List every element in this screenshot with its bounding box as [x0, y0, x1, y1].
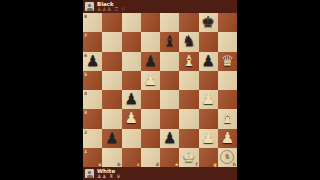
rank-label-8: 8 — [84, 14, 87, 19]
square-b5[interactable] — [102, 71, 121, 90]
app-logo-knight-icon: ♞ — [220, 150, 234, 164]
square-e5[interactable] — [160, 71, 179, 90]
square-g8[interactable]: ♚ — [199, 13, 218, 32]
square-h3[interactable]: ♝ — [218, 109, 237, 128]
piece-bp-d6[interactable]: ♟ — [141, 52, 160, 71]
square-f4[interactable] — [179, 90, 198, 109]
square-d5[interactable]: ♟ — [141, 71, 160, 90]
game-area: Black ♙♙♙ ♖ ♘ 8♚7♝♞6♟♟♝♟♛5♟4♟♟3♟♝2♟♟♟♟1a… — [83, 0, 237, 180]
player-bar-white: White ♟♟ ♜ ♛ — [83, 167, 237, 180]
file-label-g: g — [214, 162, 217, 167]
square-d4[interactable] — [141, 90, 160, 109]
square-h5[interactable] — [218, 71, 237, 90]
square-g7[interactable] — [199, 32, 218, 51]
square-f6[interactable]: ♝ — [179, 52, 198, 71]
square-b2[interactable]: ♟ — [102, 129, 121, 148]
rank-label-3: 3 — [84, 110, 87, 115]
piece-bp-e2[interactable]: ♟ — [160, 129, 179, 148]
square-g3[interactable] — [199, 109, 218, 128]
avatar-black-icon[interactable] — [85, 2, 94, 11]
square-f3[interactable] — [179, 109, 198, 128]
piece-bp-b2[interactable]: ♟ — [102, 129, 121, 148]
square-g4[interactable]: ♟ — [199, 90, 218, 109]
file-label-b: b — [117, 162, 120, 167]
square-e3[interactable] — [160, 109, 179, 128]
square-g5[interactable] — [199, 71, 218, 90]
square-a7[interactable]: 7 — [83, 32, 102, 51]
square-b7[interactable] — [102, 32, 121, 51]
file-label-a: a — [98, 162, 101, 167]
player-info-white: White ♟♟ ♜ ♛ — [97, 168, 121, 180]
file-label-h: h — [233, 162, 236, 167]
square-d6[interactable]: ♟ — [141, 52, 160, 71]
piece-bp-c4[interactable]: ♟ — [122, 90, 141, 109]
square-b1[interactable]: b — [102, 148, 121, 167]
square-h7[interactable] — [218, 32, 237, 51]
chess-board: 8♚7♝♞6♟♟♝♟♛5♟4♟♟3♟♝2♟♟♟♟1abcdef♚gh♞ — [83, 13, 237, 167]
square-g6[interactable]: ♟ — [199, 52, 218, 71]
square-a4[interactable]: 4 — [83, 90, 102, 109]
square-e2[interactable]: ♟ — [160, 129, 179, 148]
square-b3[interactable] — [102, 109, 121, 128]
piece-bp-g6[interactable]: ♟ — [199, 52, 218, 71]
square-e8[interactable] — [160, 13, 179, 32]
square-e4[interactable] — [160, 90, 179, 109]
square-a2[interactable]: 2 — [83, 129, 102, 148]
square-c5[interactable] — [122, 71, 141, 90]
piece-wk-f1[interactable]: ♚ — [179, 148, 198, 167]
square-c2[interactable] — [122, 129, 141, 148]
captured-pieces-white: ♟♟ ♜ ♛ — [97, 174, 121, 180]
square-e1[interactable]: e — [160, 148, 179, 167]
square-c3[interactable]: ♟ — [122, 109, 141, 128]
square-d2[interactable] — [141, 129, 160, 148]
letterboxed-screenshot: { "game": "chess", "position": { "fen": … — [0, 0, 320, 180]
piece-wq-h6[interactable]: ♛ — [218, 52, 237, 71]
square-g1[interactable]: g — [199, 148, 218, 167]
square-h8[interactable] — [218, 13, 237, 32]
square-h1[interactable]: h♞ — [218, 148, 237, 167]
square-d8[interactable] — [141, 13, 160, 32]
square-b6[interactable] — [102, 52, 121, 71]
piece-bk-g8[interactable]: ♚ — [199, 13, 218, 32]
rank-label-4: 4 — [84, 91, 87, 96]
square-f1[interactable]: f♚ — [179, 148, 198, 167]
square-f5[interactable] — [179, 71, 198, 90]
square-e7[interactable]: ♝ — [160, 32, 179, 51]
square-h4[interactable] — [218, 90, 237, 109]
square-f2[interactable] — [179, 129, 198, 148]
square-d1[interactable]: d — [141, 148, 160, 167]
square-c1[interactable]: c — [122, 148, 141, 167]
piece-wp-c3[interactable]: ♟ — [122, 109, 141, 128]
piece-bb-e7[interactable]: ♝ — [160, 32, 179, 51]
piece-bn-f7[interactable]: ♞ — [179, 32, 198, 51]
square-e6[interactable] — [160, 52, 179, 71]
rank-label-1: 1 — [84, 149, 87, 154]
player-info-black: Black ♙♙♙ ♖ ♘ — [97, 1, 126, 13]
square-d3[interactable] — [141, 109, 160, 128]
captured-pieces-black: ♙♙♙ ♖ ♘ — [97, 7, 126, 13]
player-bar-black: Black ♙♙♙ ♖ ♘ — [83, 0, 237, 13]
square-a6[interactable]: 6♟ — [83, 52, 102, 71]
square-f7[interactable]: ♞ — [179, 32, 198, 51]
piece-wp-d5[interactable]: ♟ — [141, 71, 160, 90]
file-label-e: e — [175, 162, 178, 167]
square-h6[interactable]: ♛ — [218, 52, 237, 71]
square-a1[interactable]: 1a — [83, 148, 102, 167]
piece-bp-a6[interactable]: ♟ — [83, 52, 102, 71]
square-h2[interactable]: ♟ — [218, 129, 237, 148]
square-c7[interactable] — [122, 32, 141, 51]
square-c4[interactable]: ♟ — [122, 90, 141, 109]
piece-wb-h3[interactable]: ♝ — [218, 109, 237, 128]
file-label-d: d — [156, 162, 159, 167]
file-label-c: c — [137, 162, 140, 167]
piece-wp-g4[interactable]: ♟ — [199, 90, 218, 109]
square-b8[interactable] — [102, 13, 121, 32]
piece-wp-g2[interactable]: ♟ — [199, 129, 218, 148]
rank-label-7: 7 — [84, 33, 87, 38]
avatar-white-icon[interactable] — [85, 169, 94, 178]
square-a8[interactable]: 8 — [83, 13, 102, 32]
square-g2[interactable]: ♟ — [199, 129, 218, 148]
rank-label-2: 2 — [84, 130, 87, 135]
square-c6[interactable] — [122, 52, 141, 71]
square-b4[interactable] — [102, 90, 121, 109]
square-a5[interactable]: 5 — [83, 71, 102, 90]
square-a3[interactable]: 3 — [83, 109, 102, 128]
piece-wp-h2[interactable]: ♟ — [218, 129, 237, 148]
piece-wb-f6[interactable]: ♝ — [179, 52, 198, 71]
rank-label-5: 5 — [84, 72, 87, 77]
square-c8[interactable] — [122, 13, 141, 32]
square-f8[interactable] — [179, 13, 198, 32]
square-d7[interactable] — [141, 32, 160, 51]
